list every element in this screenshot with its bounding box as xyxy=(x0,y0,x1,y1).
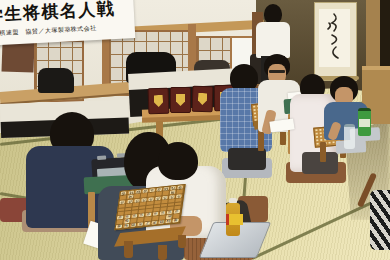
gold-shield xyxy=(198,93,207,105)
board-leg xyxy=(320,142,326,162)
bottle-label xyxy=(226,214,243,225)
shogi-piece: 歩 xyxy=(176,194,182,198)
board-cell: 香 xyxy=(172,218,180,223)
shogi-piece: 王 xyxy=(144,221,150,225)
banner-subtitle: 将棋連盟 協賛／大塚製薬株式会社 xyxy=(0,24,97,38)
shogi-piece: 歩 xyxy=(127,199,133,203)
hanging-scroll xyxy=(314,2,357,81)
player-hair xyxy=(158,142,198,180)
shogi-piece: 銀 xyxy=(159,220,165,224)
shogi-piece: 桂 xyxy=(123,224,129,228)
trophy-plaque xyxy=(148,88,170,115)
water-bottle-clear xyxy=(344,124,355,149)
shogi-piece: 香 xyxy=(116,224,122,228)
shogi-board-main: 香桂銀金玉金銀桂香飛角歩歩歩歩歩歩歩歩歩歩歩歩歩歩歩歩歩歩角飛香桂銀金王金銀桂香 xyxy=(114,183,198,260)
trophy-plaque xyxy=(192,86,214,113)
shogi-piece: 歩 xyxy=(141,198,147,202)
shogi-piece: 歩 xyxy=(148,197,154,201)
shogi-piece: 歩 xyxy=(169,195,175,199)
bottle-label xyxy=(359,119,370,127)
striped-bag xyxy=(370,190,390,250)
board-leg xyxy=(158,245,167,260)
shogi-piece: 歩 xyxy=(134,198,140,202)
board-leg xyxy=(124,241,133,258)
gold-shield xyxy=(154,95,163,107)
photo-shogi-tournament-hall: 学生将棋名人戦 将棋連盟 協賛／大塚製薬株式会社 xyxy=(0,0,390,260)
tea-bottle-green xyxy=(358,108,371,136)
backpack xyxy=(38,68,74,93)
board-leg xyxy=(178,235,186,248)
shogi-piece: 銀 xyxy=(135,190,141,194)
shogi-piece: 銀 xyxy=(130,223,136,227)
shogi-piece: 桂 xyxy=(166,219,172,223)
tea-bottle-amber xyxy=(224,198,242,236)
dark-wood-panel xyxy=(1,41,34,72)
shogi-piece: 歩 xyxy=(155,196,161,200)
calligraphy-strokes xyxy=(319,9,350,67)
glasses xyxy=(269,70,285,73)
tournament-banner: 学生将棋名人戦 将棋連盟 協賛／大塚製薬株式会社 xyxy=(0,0,135,46)
shogi-piece: 金 xyxy=(151,221,157,225)
shogi-piece: 金 xyxy=(137,222,143,226)
official-hair xyxy=(264,4,282,24)
shogi-piece: 玉 xyxy=(149,188,155,192)
shogi-board-grid: 香桂銀金玉金銀桂香飛角歩歩歩歩歩歩歩歩歩歩歩歩歩歩歩歩歩歩角飛香桂銀金王金銀桂香 xyxy=(114,184,185,230)
shogi-piece: 香 xyxy=(173,218,179,222)
shogi-piece: 歩 xyxy=(162,195,168,199)
trophy-plaque xyxy=(170,87,191,113)
shogi-piece: 金 xyxy=(142,189,148,193)
official-shirt xyxy=(256,22,290,58)
banner-title: 学生将棋名人戦 xyxy=(0,0,116,27)
gold-shield xyxy=(176,94,185,106)
